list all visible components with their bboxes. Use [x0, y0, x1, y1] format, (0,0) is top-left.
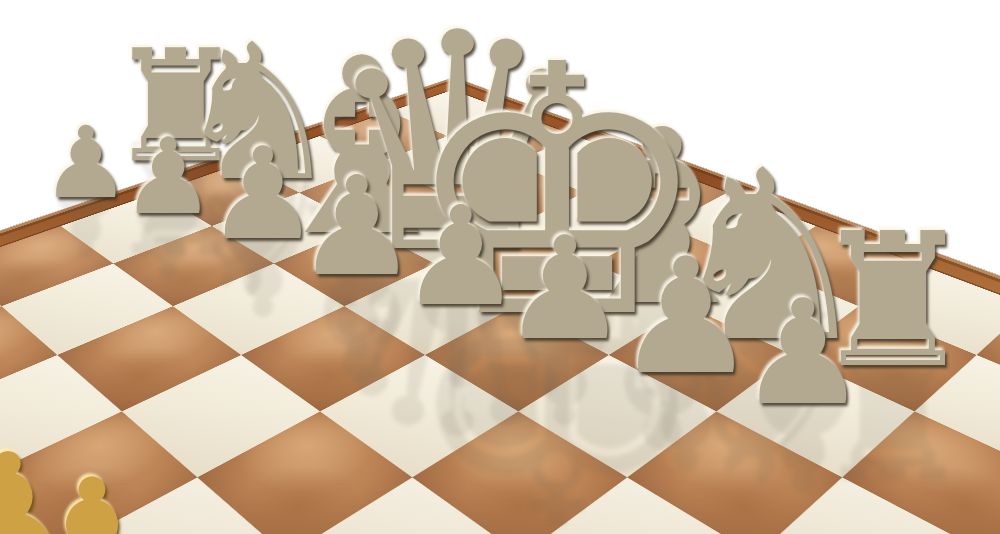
chess-board — [0, 77, 1000, 534]
board-scene — [0, 0, 1000, 534]
board-grid — [0, 90, 1000, 534]
chess-set-product-photo: ♜♜♞♞♝♝♛♛♚♚♝♝♞♞♜♜♟♟♟♟♟♟♟♟♟♟♟♟♟♟♟♟♟♟♟♟ — [0, 0, 1000, 534]
board-wood-frame — [0, 77, 1000, 534]
